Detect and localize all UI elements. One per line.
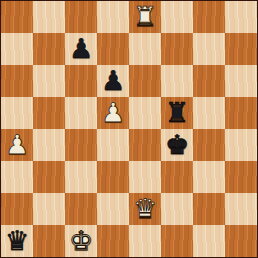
square-c7[interactable]: ♟: [65, 33, 97, 65]
square-h7[interactable]: [225, 33, 257, 65]
square-g3[interactable]: [193, 161, 225, 193]
square-c8[interactable]: [65, 1, 97, 33]
piece-white-pawn-d5[interactable]: ♟: [101, 97, 125, 129]
square-b6[interactable]: [33, 65, 65, 97]
square-d2[interactable]: [97, 193, 129, 225]
square-c1[interactable]: ♚: [65, 225, 97, 257]
square-h3[interactable]: [225, 161, 257, 193]
square-c2[interactable]: [65, 193, 97, 225]
square-d7[interactable]: [97, 33, 129, 65]
square-b7[interactable]: [33, 33, 65, 65]
piece-black-queen-a1[interactable]: ♛: [5, 225, 29, 257]
square-f1[interactable]: [161, 225, 193, 257]
square-e4[interactable]: [129, 129, 161, 161]
square-c6[interactable]: [65, 65, 97, 97]
square-h5[interactable]: [225, 97, 257, 129]
square-h2[interactable]: [225, 193, 257, 225]
square-d3[interactable]: [97, 161, 129, 193]
square-e3[interactable]: [129, 161, 161, 193]
square-f3[interactable]: [161, 161, 193, 193]
square-b2[interactable]: [33, 193, 65, 225]
square-b8[interactable]: [33, 1, 65, 33]
square-b3[interactable]: [33, 161, 65, 193]
square-d5[interactable]: ♟: [97, 97, 129, 129]
square-e8[interactable]: ♜: [129, 1, 161, 33]
square-f8[interactable]: [161, 1, 193, 33]
square-g8[interactable]: [193, 1, 225, 33]
square-a6[interactable]: [1, 65, 33, 97]
piece-black-pawn-d6[interactable]: ♟: [101, 65, 125, 97]
square-b4[interactable]: [33, 129, 65, 161]
square-g5[interactable]: [193, 97, 225, 129]
square-a5[interactable]: [1, 97, 33, 129]
square-d1[interactable]: [97, 225, 129, 257]
square-a2[interactable]: [1, 193, 33, 225]
square-a4[interactable]: ♟: [1, 129, 33, 161]
chess-board-frame: ♜♟♟♟♜♟♚♛♛♚: [0, 0, 258, 258]
square-f4[interactable]: ♚: [161, 129, 193, 161]
square-e2[interactable]: ♛: [129, 193, 161, 225]
square-e6[interactable]: [129, 65, 161, 97]
square-e7[interactable]: [129, 33, 161, 65]
square-g7[interactable]: [193, 33, 225, 65]
square-a8[interactable]: [1, 1, 33, 33]
square-c4[interactable]: [65, 129, 97, 161]
square-e5[interactable]: [129, 97, 161, 129]
square-g6[interactable]: [193, 65, 225, 97]
piece-white-rook-e8[interactable]: ♜: [133, 1, 157, 33]
square-d8[interactable]: [97, 1, 129, 33]
piece-white-king-c1[interactable]: ♚: [69, 225, 93, 257]
chess-board: ♜♟♟♟♜♟♚♛♛♚: [1, 1, 257, 257]
piece-white-queen-e2[interactable]: ♛: [133, 193, 157, 225]
square-b5[interactable]: [33, 97, 65, 129]
square-h1[interactable]: [225, 225, 257, 257]
square-h4[interactable]: [225, 129, 257, 161]
square-e1[interactable]: [129, 225, 161, 257]
square-f2[interactable]: [161, 193, 193, 225]
square-a1[interactable]: ♛: [1, 225, 33, 257]
piece-white-pawn-a4[interactable]: ♟: [5, 129, 29, 161]
square-d6[interactable]: ♟: [97, 65, 129, 97]
piece-black-pawn-c7[interactable]: ♟: [69, 33, 93, 65]
piece-black-rook-f5[interactable]: ♜: [165, 97, 189, 129]
piece-black-king-f4[interactable]: ♚: [165, 129, 189, 161]
square-h6[interactable]: [225, 65, 257, 97]
square-a7[interactable]: [1, 33, 33, 65]
square-f6[interactable]: [161, 65, 193, 97]
square-b1[interactable]: [33, 225, 65, 257]
square-d4[interactable]: [97, 129, 129, 161]
square-c5[interactable]: [65, 97, 97, 129]
square-a3[interactable]: [1, 161, 33, 193]
square-f5[interactable]: ♜: [161, 97, 193, 129]
square-g2[interactable]: [193, 193, 225, 225]
square-c3[interactable]: [65, 161, 97, 193]
square-g1[interactable]: [193, 225, 225, 257]
square-g4[interactable]: [193, 129, 225, 161]
square-h8[interactable]: [225, 1, 257, 33]
square-f7[interactable]: [161, 33, 193, 65]
